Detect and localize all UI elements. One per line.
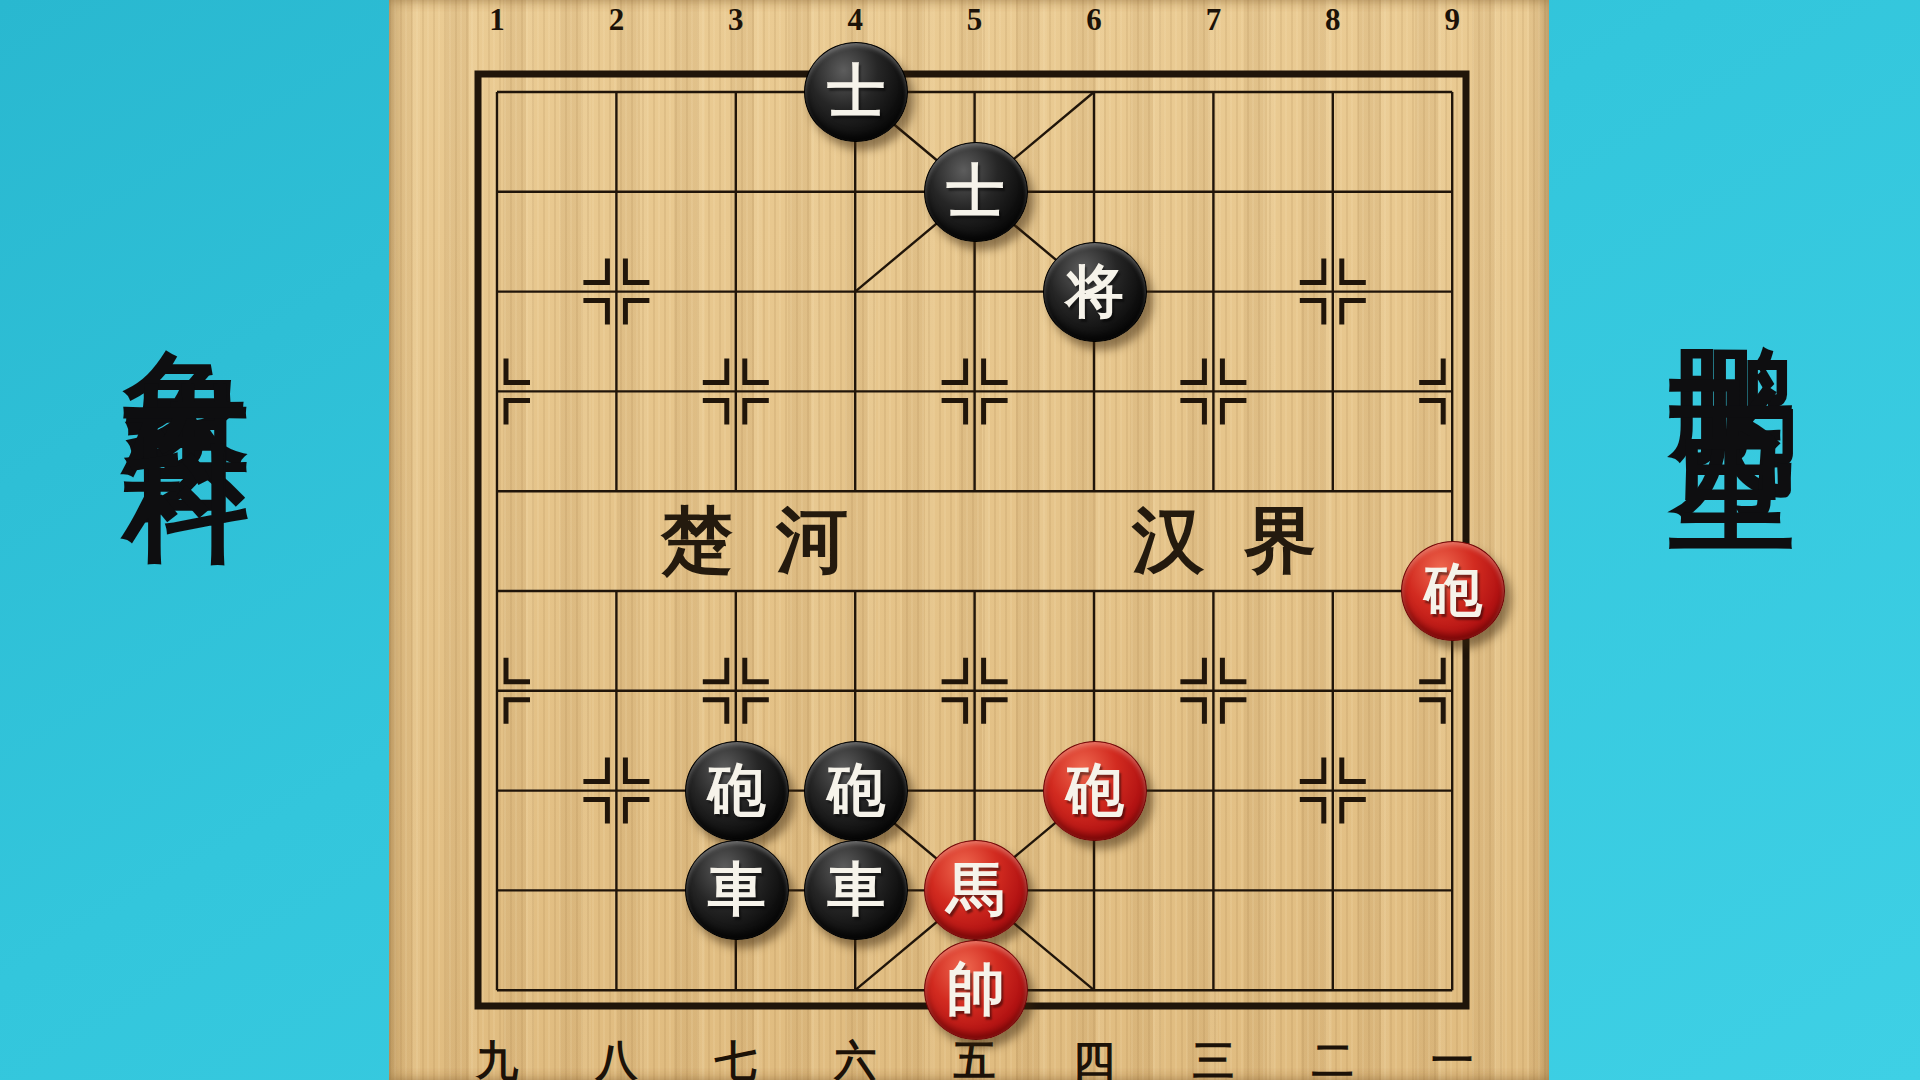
piece-glyph: 車 bbox=[827, 861, 885, 919]
piece-black-cannon-1[interactable]: 砲 bbox=[685, 741, 789, 841]
piece-glyph: 車 bbox=[708, 861, 766, 919]
piece-red-cannon-2[interactable]: 砲 bbox=[1043, 741, 1147, 841]
piece-glyph: 士 bbox=[947, 163, 1005, 221]
piece-black-advisor-2[interactable]: 士 bbox=[924, 142, 1028, 242]
piece-glyph: 帥 bbox=[947, 961, 1005, 1019]
piece-black-advisor-1[interactable]: 士 bbox=[804, 42, 908, 142]
piece-glyph: 砲 bbox=[827, 762, 885, 820]
piece-red-cannon-1[interactable]: 砲 bbox=[1401, 541, 1505, 641]
pieces-layer: 士士将砲砲砲砲車車馬帥 bbox=[389, 0, 1549, 1080]
piece-red-horse[interactable]: 馬 bbox=[924, 840, 1028, 940]
left-banner-text: 象棋百科 bbox=[124, 248, 250, 372]
piece-glyph: 砲 bbox=[1066, 762, 1124, 820]
piece-black-chariot-1[interactable]: 車 bbox=[685, 840, 789, 940]
piece-glyph: 砲 bbox=[708, 762, 766, 820]
piece-black-cannon-2[interactable]: 砲 bbox=[804, 741, 908, 841]
piece-black-general[interactable]: 将 bbox=[1043, 242, 1147, 342]
piece-glyph: 士 bbox=[827, 63, 885, 121]
piece-red-general[interactable]: 帥 bbox=[924, 940, 1028, 1040]
right-banner-text: 鹏飞万里 bbox=[1670, 248, 1796, 372]
stage: 象棋百科 鹏飞万里 123456789 九八七六五四三二一 楚河 汉界 士士将砲… bbox=[0, 0, 1920, 1080]
piece-black-chariot-2[interactable]: 車 bbox=[804, 840, 908, 940]
piece-glyph: 馬 bbox=[947, 861, 1005, 919]
xiangqi-board[interactable]: 123456789 九八七六五四三二一 楚河 汉界 士士将砲砲砲砲車車馬帥 bbox=[389, 0, 1549, 1080]
piece-glyph: 将 bbox=[1066, 263, 1124, 321]
piece-glyph: 砲 bbox=[1424, 562, 1482, 620]
